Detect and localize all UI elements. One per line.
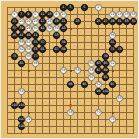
move-number: 60 <box>89 76 93 79</box>
move-number: 2 <box>97 6 99 9</box>
move-number: 33 <box>124 20 128 23</box>
white-stone[interactable]: 70 <box>95 109 102 116</box>
move-number: 55 <box>33 41 37 44</box>
move-number: 57 <box>40 41 44 44</box>
move-number: 81 <box>19 62 23 65</box>
move-number: 15 <box>12 20 16 23</box>
black-stone[interactable]: 9 <box>25 11 32 18</box>
move-number: 79 <box>103 55 107 58</box>
move-number: 22 <box>26 20 30 23</box>
move-number: 67 <box>54 48 58 51</box>
move-number: 71 <box>110 48 114 51</box>
move-number: 72 <box>26 118 30 121</box>
black-stone[interactable]: 99 <box>95 88 102 95</box>
white-stone[interactable]: 22 <box>25 18 32 25</box>
white-stone[interactable]: 42 <box>18 46 25 53</box>
grid-line-horizontal <box>7 133 134 134</box>
black-stone[interactable]: 45 <box>11 32 18 39</box>
black-stone[interactable]: 69 <box>60 46 67 53</box>
move-number: 107 <box>18 118 24 121</box>
white-stone[interactable]: 14 <box>116 11 123 18</box>
black-stone[interactable]: 93 <box>67 81 74 88</box>
move-number: 28 <box>26 27 30 30</box>
black-stone[interactable]: 87 <box>95 67 102 74</box>
move-number: 95 <box>82 83 86 86</box>
move-number: 101 <box>102 90 108 93</box>
grid-line-vertical <box>84 7 85 134</box>
white-stone[interactable]: 30 <box>32 25 39 32</box>
white-stone[interactable]: 34 <box>53 25 60 32</box>
black-stone[interactable]: 79 <box>102 53 109 60</box>
white-stone[interactable]: 16 <box>123 11 130 18</box>
white-stone[interactable]: 40 <box>25 39 32 46</box>
move-number: 5 <box>83 6 85 9</box>
star-point <box>112 70 114 72</box>
move-number: 30 <box>33 27 37 30</box>
move-number: 34 <box>54 27 58 30</box>
move-number: 66 <box>117 97 121 100</box>
white-stone[interactable]: 52 <box>109 60 116 67</box>
move-number: 93 <box>68 83 72 86</box>
move-number: 40 <box>26 41 30 44</box>
move-number: 64 <box>19 90 23 93</box>
black-stone[interactable]: 49 <box>25 32 32 39</box>
black-stone[interactable]: 47 <box>18 32 25 39</box>
white-stone[interactable]: 12 <box>109 11 116 18</box>
black-stone[interactable]: 31 <box>116 18 123 25</box>
black-stone[interactable]: 67 <box>53 46 60 53</box>
white-stone[interactable]: 10 <box>60 11 67 18</box>
move-number: 105 <box>18 104 24 107</box>
move-number: 20 <box>19 20 23 23</box>
black-stone[interactable]: 91 <box>102 74 109 81</box>
move-number: 10 <box>61 13 65 16</box>
move-number: 19 <box>54 20 58 23</box>
go-board[interactable]: 1352479611138101214161815202224172619212… <box>1 1 138 138</box>
move-number: 46 <box>26 55 30 58</box>
white-stone[interactable]: 72 <box>25 116 32 123</box>
black-stone[interactable]: 41 <box>39 25 46 32</box>
move-number: 35 <box>131 20 135 23</box>
move-number: 59 <box>61 41 65 44</box>
white-stone[interactable]: 50 <box>88 60 95 67</box>
white-stone[interactable]: 36 <box>109 32 116 39</box>
black-stone[interactable]: 51 <box>32 32 39 39</box>
black-stone[interactable]: 59 <box>60 39 67 46</box>
move-number: 44 <box>26 48 30 51</box>
black-stone[interactable]: 37 <box>11 25 18 32</box>
move-number: 38 <box>19 41 23 44</box>
black-stone[interactable]: 15 <box>11 18 18 25</box>
move-number: 36 <box>110 34 114 37</box>
black-stone[interactable]: 75 <box>11 53 18 60</box>
move-number: 31 <box>117 20 121 23</box>
star-point <box>112 28 114 30</box>
white-stone[interactable]: 24 <box>32 18 39 25</box>
star-point <box>70 28 72 30</box>
white-stone[interactable]: 8 <box>53 11 60 18</box>
move-number: 85 <box>103 62 107 65</box>
white-stone[interactable]: 6 <box>32 11 39 18</box>
move-number: 89 <box>103 69 107 72</box>
grid-line-horizontal <box>7 77 134 78</box>
move-number: 77 <box>33 55 37 58</box>
move-number: 91 <box>103 76 107 79</box>
grid-line-horizontal <box>7 98 134 99</box>
white-stone[interactable]: 46 <box>25 53 32 60</box>
move-number: 45 <box>12 34 16 37</box>
move-number: 97 <box>110 83 114 86</box>
move-number: 13 <box>47 13 51 16</box>
white-stone[interactable]: 38 <box>18 39 25 46</box>
move-number: 25 <box>96 20 100 23</box>
move-number: 24 <box>33 20 37 23</box>
black-stone[interactable]: 73 <box>116 46 123 53</box>
black-stone[interactable]: 7 <box>18 11 25 18</box>
black-stone[interactable]: 89 <box>102 67 109 74</box>
black-stone[interactable]: 57 <box>39 39 46 46</box>
move-number: 43 <box>61 27 65 30</box>
move-number: 54 <box>61 69 65 72</box>
move-number: 37 <box>12 27 16 30</box>
grid-line-vertical <box>133 7 134 134</box>
move-number: 41 <box>40 27 44 30</box>
white-stone[interactable]: 64 <box>18 88 25 95</box>
black-stone[interactable]: 81 <box>18 60 25 67</box>
move-number: 16 <box>124 13 128 16</box>
black-stone[interactable]: 33 <box>123 18 130 25</box>
white-stone[interactable]: 60 <box>88 74 95 81</box>
white-stone[interactable]: 28 <box>25 25 32 32</box>
black-stone[interactable]: 109 <box>18 123 25 130</box>
move-number: 61 <box>110 41 114 44</box>
move-number: 6 <box>34 13 36 16</box>
move-number: 50 <box>89 62 93 65</box>
black-stone[interactable]: 61 <box>109 39 116 46</box>
move-number: 42 <box>19 48 23 51</box>
move-number: 11 <box>40 13 44 16</box>
white-stone[interactable]: 4 <box>11 11 18 18</box>
move-number: 23 <box>75 20 79 23</box>
black-stone[interactable]: 95 <box>81 81 88 88</box>
black-stone[interactable]: 43 <box>60 25 67 32</box>
white-stone[interactable]: 74 <box>109 116 116 123</box>
star-point <box>28 112 30 114</box>
move-number: 74 <box>110 118 114 121</box>
black-stone[interactable]: 29 <box>109 18 116 25</box>
last-move-marker <box>69 104 71 106</box>
white-stone[interactable]: 54 <box>60 67 67 74</box>
black-stone[interactable]: 3 <box>67 4 74 11</box>
black-stone[interactable]: 25 <box>95 18 102 25</box>
move-number: 48 <box>33 62 37 65</box>
move-number: 63 <box>33 48 37 51</box>
move-number: 53 <box>54 34 58 37</box>
black-stone[interactable]: 77 <box>32 53 39 60</box>
black-stone[interactable]: 107 <box>18 116 25 123</box>
black-stone[interactable]: 35 <box>130 18 137 25</box>
move-number: 49 <box>26 34 30 37</box>
white-stone[interactable]: 68 <box>67 109 74 116</box>
black-stone[interactable]: 17 <box>39 18 46 25</box>
black-stone[interactable]: 101 <box>102 88 109 95</box>
move-number: 7 <box>20 13 22 16</box>
white-stone[interactable]: 44 <box>25 46 32 53</box>
move-number: 68 <box>68 111 72 114</box>
move-number: 3 <box>69 6 71 9</box>
move-number: 47 <box>19 34 23 37</box>
move-number: 65 <box>40 48 44 51</box>
white-stone[interactable]: 58 <box>88 67 95 74</box>
black-stone[interactable]: 105 <box>18 102 25 109</box>
move-number: 32 <box>47 27 51 30</box>
black-stone[interactable]: 65 <box>39 46 46 53</box>
move-number: 17 <box>40 20 44 23</box>
black-stone[interactable]: 71 <box>109 46 116 53</box>
screenshot-root: { "game": "go", "board": { "size": 19, "… <box>0 0 139 139</box>
move-number: 21 <box>61 20 65 23</box>
move-number: 69 <box>61 48 65 51</box>
move-number: 8 <box>55 13 57 16</box>
black-stone[interactable]: 83 <box>95 60 102 67</box>
move-number: 51 <box>33 34 37 37</box>
black-stone[interactable]: 53 <box>53 32 60 39</box>
move-number: 29 <box>110 20 114 23</box>
grid-line-horizontal <box>7 126 134 127</box>
move-number: 75 <box>12 55 16 58</box>
white-stone[interactable]: 32 <box>46 25 53 32</box>
white-stone[interactable]: 56 <box>74 67 81 74</box>
black-stone[interactable]: 21 <box>60 18 67 25</box>
star-point <box>70 70 72 72</box>
black-stone[interactable]: 55 <box>32 39 39 46</box>
move-number: 70 <box>96 111 100 114</box>
move-number: 109 <box>18 125 24 128</box>
move-number: 99 <box>96 90 100 93</box>
move-number: 12 <box>110 13 114 16</box>
white-stone[interactable]: 62 <box>95 81 102 88</box>
grid-line-vertical <box>126 7 127 134</box>
move-number: 56 <box>75 69 79 72</box>
move-number: 27 <box>103 20 107 23</box>
move-number: 1 <box>62 6 64 9</box>
move-number: 73 <box>117 48 121 51</box>
white-stone[interactable]: 26 <box>46 18 53 25</box>
move-number: 39 <box>19 27 23 30</box>
move-number: 26 <box>47 20 51 23</box>
move-number: 18 <box>131 13 135 16</box>
move-number: 52 <box>110 62 114 65</box>
move-number: 58 <box>89 69 93 72</box>
black-stone[interactable]: 5 <box>81 4 88 11</box>
move-number: 4 <box>13 13 15 16</box>
white-stone[interactable]: 48 <box>32 60 39 67</box>
white-stone[interactable]: 20 <box>18 18 25 25</box>
move-number: 9 <box>27 13 29 16</box>
move-number: 14 <box>117 13 121 16</box>
star-point <box>112 112 114 114</box>
black-stone[interactable]: 63 <box>32 46 39 53</box>
black-stone[interactable]: 11 <box>39 11 46 18</box>
move-number: 83 <box>96 62 100 65</box>
black-stone[interactable]: 39 <box>18 25 25 32</box>
black-stone[interactable]: 103 <box>11 102 18 109</box>
grid-line-horizontal <box>7 91 134 92</box>
star-point <box>28 70 30 72</box>
white-stone[interactable]: 2 <box>95 4 102 11</box>
black-stone[interactable]: 1 <box>60 4 67 11</box>
move-number: 62 <box>96 83 100 86</box>
white-stone[interactable]: 66 <box>116 95 123 102</box>
move-number: 87 <box>96 69 100 72</box>
black-stone[interactable]: 85 <box>102 60 109 67</box>
grid-line-vertical <box>119 7 120 134</box>
black-stone[interactable]: 97 <box>109 81 116 88</box>
black-stone[interactable]: 27 <box>102 18 109 25</box>
black-stone[interactable]: 19 <box>53 18 60 25</box>
move-number: 103 <box>11 104 17 107</box>
black-stone[interactable]: 13 <box>46 11 53 18</box>
white-stone[interactable]: 18 <box>130 11 137 18</box>
black-stone[interactable]: 23 <box>74 18 81 25</box>
